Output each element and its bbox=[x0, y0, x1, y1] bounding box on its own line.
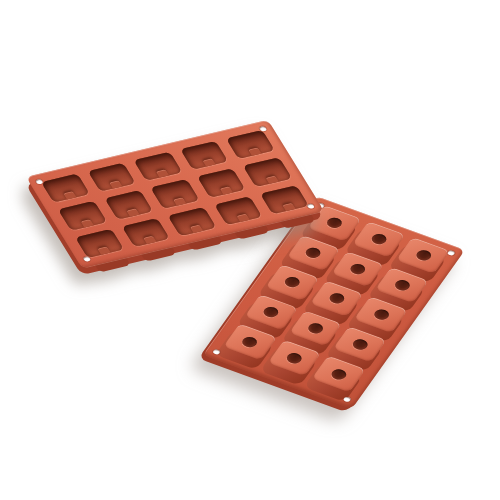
cavity bbox=[260, 185, 309, 214]
mold-bottom-view-wrap bbox=[316, 196, 486, 424]
cavity-notch bbox=[110, 180, 123, 188]
cavity bbox=[168, 207, 217, 236]
mold-top-view bbox=[26, 120, 324, 268]
bump-center-hole bbox=[261, 305, 281, 319]
bump bbox=[265, 343, 319, 380]
bump-center-hole bbox=[348, 262, 368, 276]
bump-center-hole bbox=[369, 232, 389, 246]
cavity-notch bbox=[156, 170, 169, 178]
cavity-notch bbox=[144, 236, 157, 244]
bump-center-hole bbox=[306, 321, 326, 335]
product-photo bbox=[0, 0, 500, 500]
bump-center-hole bbox=[329, 367, 349, 381]
bump-center-hole bbox=[240, 335, 260, 349]
cavity-notch bbox=[265, 175, 278, 183]
cavity-notch bbox=[202, 159, 215, 167]
bump-center-hole bbox=[371, 308, 391, 322]
cavity-notch bbox=[127, 208, 140, 216]
bump-center-hole bbox=[327, 292, 347, 306]
bump bbox=[309, 359, 363, 396]
cavity bbox=[121, 218, 170, 247]
cavity bbox=[134, 152, 183, 181]
cavity bbox=[104, 190, 153, 219]
cavity-notch bbox=[219, 186, 232, 194]
cavity bbox=[87, 163, 136, 192]
cavity bbox=[151, 179, 200, 208]
cavity bbox=[58, 201, 107, 230]
bump-center-hole bbox=[325, 216, 345, 230]
bump-center-hole bbox=[413, 248, 433, 262]
cavity-notch bbox=[249, 148, 262, 156]
bump-center-hole bbox=[350, 338, 370, 352]
cavity bbox=[243, 157, 292, 186]
cavity-notch bbox=[282, 203, 295, 211]
cavity bbox=[180, 141, 229, 170]
cavity-notch bbox=[97, 247, 110, 255]
cavity-notch bbox=[190, 225, 203, 233]
cavity bbox=[41, 174, 90, 203]
bump-center-hole bbox=[285, 351, 305, 365]
bump bbox=[220, 327, 274, 364]
cavity-notch bbox=[80, 219, 93, 227]
cavity-notch bbox=[173, 197, 186, 205]
cavity-notch bbox=[236, 214, 249, 222]
cavity bbox=[197, 168, 246, 197]
bump-center-hole bbox=[304, 246, 324, 260]
bump-center-hole bbox=[392, 278, 412, 292]
mold-top-view-wrap bbox=[26, 177, 306, 297]
cavity-grid bbox=[26, 120, 324, 268]
cavity bbox=[214, 196, 263, 225]
cavity-notch bbox=[63, 191, 76, 199]
cavity bbox=[226, 130, 275, 159]
cavity bbox=[75, 229, 124, 258]
